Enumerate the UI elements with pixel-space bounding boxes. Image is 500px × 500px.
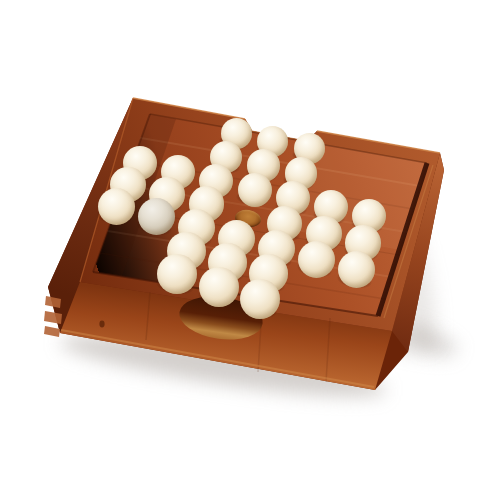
peg-ball-r4c5[interactable] [298, 241, 335, 278]
peg-ball-r4c0[interactable] [98, 188, 135, 225]
board-balls [0, 0, 500, 500]
peg-ball-r4c6[interactable] [338, 251, 375, 288]
peg-ball-r6c2[interactable] [157, 254, 197, 294]
peg-ball-r4c1[interactable] [138, 198, 175, 235]
peg-ball-r6c3[interactable] [199, 267, 239, 307]
peg-ball-r2c3[interactable] [238, 173, 272, 207]
peg-ball-r6c4[interactable] [240, 279, 280, 319]
product-photo-canvas [0, 0, 500, 500]
